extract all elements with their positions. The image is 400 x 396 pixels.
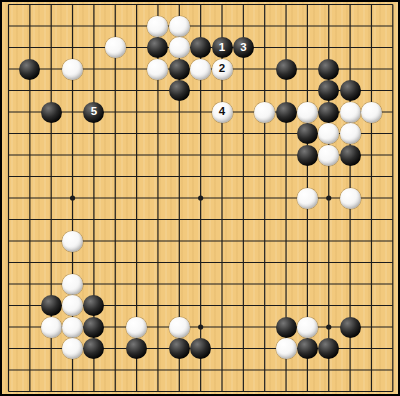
star-point xyxy=(198,195,203,200)
stone-white[interactable] xyxy=(62,295,83,316)
stone-black-move-1[interactable]: 1 xyxy=(212,37,233,58)
go-app: 13254 xyxy=(0,0,400,396)
stone-white[interactable] xyxy=(340,188,361,209)
stone-black[interactable] xyxy=(297,145,318,166)
stone-black-move-5[interactable]: 5 xyxy=(83,102,104,123)
star-point xyxy=(70,195,75,200)
stone-black[interactable] xyxy=(297,338,318,359)
stone-white[interactable] xyxy=(340,102,361,123)
stone-white[interactable] xyxy=(62,231,83,252)
stone-white[interactable] xyxy=(254,102,275,123)
star-point xyxy=(326,324,331,329)
stone-black[interactable] xyxy=(169,338,190,359)
stone-white[interactable] xyxy=(340,123,361,144)
stone-black[interactable] xyxy=(126,338,147,359)
stone-black[interactable] xyxy=(318,102,339,123)
stone-white[interactable] xyxy=(41,317,62,338)
stone-white-move-4[interactable]: 4 xyxy=(212,102,233,123)
stone-black[interactable] xyxy=(318,59,339,80)
stone-white[interactable] xyxy=(297,317,318,338)
stone-black[interactable] xyxy=(169,80,190,101)
stone-black[interactable] xyxy=(190,37,211,58)
stone-white[interactable] xyxy=(169,317,190,338)
stone-white[interactable] xyxy=(276,338,297,359)
stone-white[interactable] xyxy=(169,16,190,37)
stone-black[interactable] xyxy=(340,145,361,166)
go-board[interactable]: 13254 xyxy=(0,0,400,396)
stone-black[interactable] xyxy=(19,59,40,80)
stone-black[interactable] xyxy=(83,317,104,338)
stone-white[interactable] xyxy=(361,102,382,123)
stone-white[interactable] xyxy=(126,317,147,338)
stone-black[interactable] xyxy=(190,338,211,359)
stone-white[interactable] xyxy=(297,102,318,123)
stone-black-move-3[interactable]: 3 xyxy=(233,37,254,58)
stone-white[interactable] xyxy=(147,16,168,37)
stone-white[interactable] xyxy=(297,188,318,209)
stone-black[interactable] xyxy=(276,59,297,80)
stone-white[interactable] xyxy=(318,145,339,166)
stone-black[interactable] xyxy=(276,317,297,338)
star-point xyxy=(198,324,203,329)
star-point xyxy=(326,195,331,200)
stone-white-move-2[interactable]: 2 xyxy=(212,59,233,80)
stone-white[interactable] xyxy=(169,37,190,58)
stone-white[interactable] xyxy=(190,59,211,80)
stone-black[interactable] xyxy=(297,123,318,144)
stone-black[interactable] xyxy=(340,317,361,338)
stone-white[interactable] xyxy=(62,59,83,80)
stone-black[interactable] xyxy=(276,102,297,123)
stone-black[interactable] xyxy=(41,295,62,316)
stone-black[interactable] xyxy=(340,80,361,101)
stone-white[interactable] xyxy=(62,274,83,295)
stone-black[interactable] xyxy=(41,102,62,123)
stone-white[interactable] xyxy=(62,317,83,338)
stone-white[interactable] xyxy=(105,37,126,58)
stone-black[interactable] xyxy=(169,59,190,80)
stone-white[interactable] xyxy=(147,59,168,80)
stone-white[interactable] xyxy=(62,338,83,359)
